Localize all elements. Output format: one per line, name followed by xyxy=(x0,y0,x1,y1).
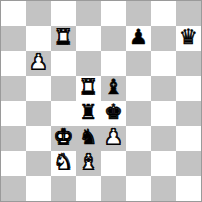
square-f3[interactable] xyxy=(126,126,151,151)
square-d1[interactable] xyxy=(76,176,101,201)
piece-white-bishop: ♝ xyxy=(79,152,98,173)
square-g5[interactable] xyxy=(151,76,176,101)
square-c2[interactable]: ♞ xyxy=(51,151,76,176)
piece-black-pawn: ♟ xyxy=(129,27,148,48)
square-h5[interactable] xyxy=(176,76,201,101)
square-b8[interactable] xyxy=(26,1,51,26)
square-b3[interactable] xyxy=(26,126,51,151)
piece-white-knight: ♞ xyxy=(54,152,73,173)
square-c6[interactable] xyxy=(51,51,76,76)
square-a4[interactable] xyxy=(1,101,26,126)
square-e7[interactable] xyxy=(101,26,126,51)
square-f4[interactable] xyxy=(126,101,151,126)
square-g7[interactable] xyxy=(151,26,176,51)
square-a6[interactable] xyxy=(1,51,26,76)
square-a1[interactable] xyxy=(1,176,26,201)
square-d5[interactable]: ♜ xyxy=(76,76,101,101)
square-c4[interactable] xyxy=(51,101,76,126)
square-e6[interactable] xyxy=(101,51,126,76)
chess-board-frame: ♜♟♛♟♜♝♜♚♚♞♟♞♝ xyxy=(0,0,202,202)
square-h7[interactable]: ♛ xyxy=(176,26,201,51)
piece-black-bishop: ♝ xyxy=(104,77,123,98)
square-a3[interactable] xyxy=(1,126,26,151)
square-e8[interactable] xyxy=(101,1,126,26)
chess-board: ♜♟♛♟♜♝♜♚♚♞♟♞♝ xyxy=(1,1,201,201)
square-e5[interactable]: ♝ xyxy=(101,76,126,101)
square-f6[interactable] xyxy=(126,51,151,76)
square-g8[interactable] xyxy=(151,1,176,26)
square-f7[interactable]: ♟ xyxy=(126,26,151,51)
square-c8[interactable] xyxy=(51,1,76,26)
square-f2[interactable] xyxy=(126,151,151,176)
square-h8[interactable] xyxy=(176,1,201,26)
square-a2[interactable] xyxy=(1,151,26,176)
square-e2[interactable] xyxy=(101,151,126,176)
piece-white-rook: ♜ xyxy=(79,77,98,98)
square-c3[interactable]: ♚ xyxy=(51,126,76,151)
square-a5[interactable] xyxy=(1,76,26,101)
square-a7[interactable] xyxy=(1,26,26,51)
square-f1[interactable] xyxy=(126,176,151,201)
square-f8[interactable] xyxy=(126,1,151,26)
square-h4[interactable] xyxy=(176,101,201,126)
piece-white-pawn: ♟ xyxy=(104,127,123,148)
piece-white-rook: ♜ xyxy=(54,27,73,48)
square-g4[interactable] xyxy=(151,101,176,126)
square-g2[interactable] xyxy=(151,151,176,176)
square-e3[interactable]: ♟ xyxy=(101,126,126,151)
square-b2[interactable] xyxy=(26,151,51,176)
square-d4[interactable]: ♜ xyxy=(76,101,101,126)
square-f5[interactable] xyxy=(126,76,151,101)
piece-black-queen: ♛ xyxy=(179,27,198,48)
piece-black-king: ♚ xyxy=(104,102,123,123)
square-b1[interactable] xyxy=(26,176,51,201)
square-b7[interactable] xyxy=(26,26,51,51)
square-b4[interactable] xyxy=(26,101,51,126)
square-g6[interactable] xyxy=(151,51,176,76)
square-b5[interactable] xyxy=(26,76,51,101)
square-a8[interactable] xyxy=(1,1,26,26)
square-g3[interactable] xyxy=(151,126,176,151)
square-d6[interactable] xyxy=(76,51,101,76)
square-c7[interactable]: ♜ xyxy=(51,26,76,51)
square-e1[interactable] xyxy=(101,176,126,201)
square-c1[interactable] xyxy=(51,176,76,201)
square-d3[interactable]: ♞ xyxy=(76,126,101,151)
square-h2[interactable] xyxy=(176,151,201,176)
square-h1[interactable] xyxy=(176,176,201,201)
square-c5[interactable] xyxy=(51,76,76,101)
square-h6[interactable] xyxy=(176,51,201,76)
square-d8[interactable] xyxy=(76,1,101,26)
square-h3[interactable] xyxy=(176,126,201,151)
square-d7[interactable] xyxy=(76,26,101,51)
square-g1[interactable] xyxy=(151,176,176,201)
piece-black-knight: ♞ xyxy=(79,127,98,148)
square-e4[interactable]: ♚ xyxy=(101,101,126,126)
square-b6[interactable]: ♟ xyxy=(26,51,51,76)
piece-black-rook: ♜ xyxy=(79,102,98,123)
piece-white-king: ♚ xyxy=(54,127,73,148)
square-d2[interactable]: ♝ xyxy=(76,151,101,176)
piece-white-pawn: ♟ xyxy=(29,52,48,73)
